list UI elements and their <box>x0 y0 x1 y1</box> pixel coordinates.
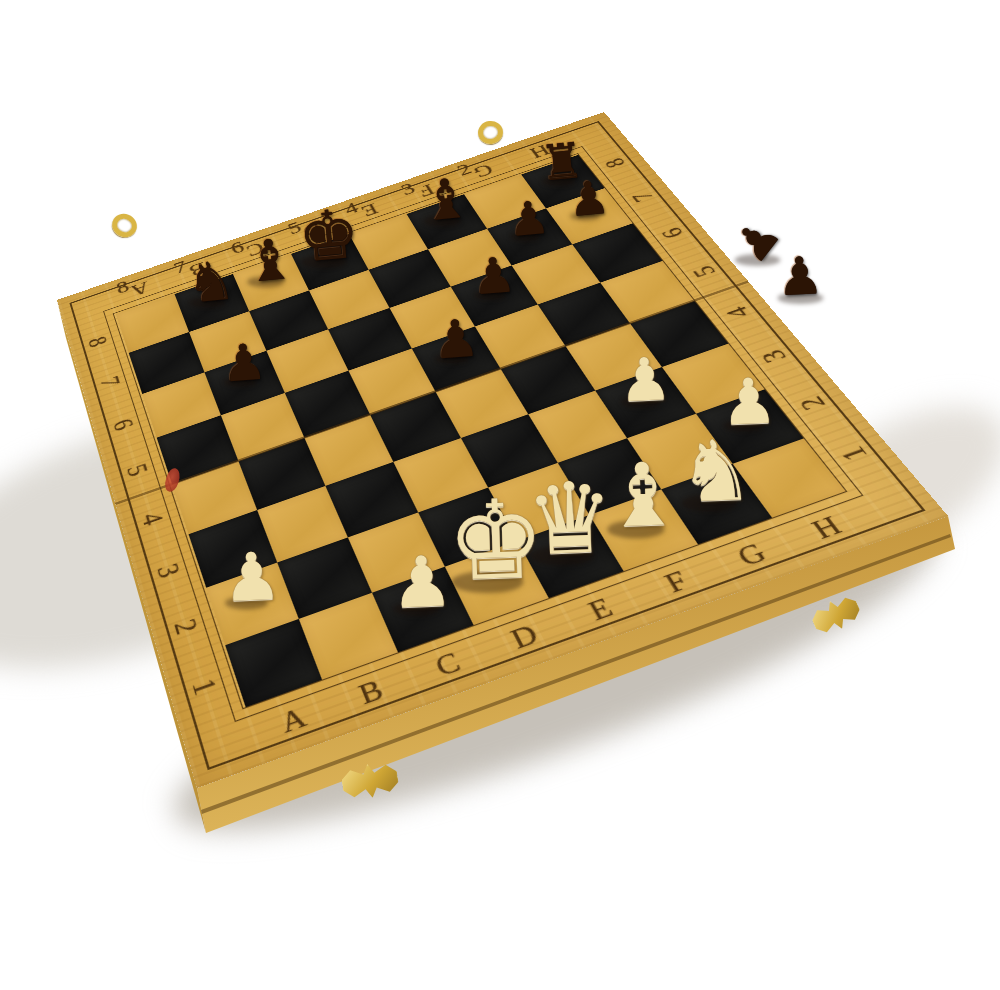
black-bishop-c8[interactable]: ♝ <box>243 231 298 291</box>
white-bishop-f1[interactable]: ♝ <box>602 451 683 541</box>
rank-label-left: 7 <box>92 367 128 397</box>
rank-label-right: 2 <box>786 386 839 422</box>
hinge-ring-top-icon <box>477 119 505 145</box>
captured-black-pawn-standing[interactable]: ♟ <box>775 249 824 303</box>
black-king-d8[interactable]: ♚ <box>296 199 363 272</box>
hinge-ring-left-icon <box>109 210 140 240</box>
rank-label-left: 4 <box>132 501 172 537</box>
rank-label-right: 1 <box>826 435 882 473</box>
rank-label-left: 6 <box>105 409 142 441</box>
white-knight-g1[interactable]: ♞ <box>676 428 754 515</box>
chess-set-photo: AA8BB7CC6DD5EE4FF3GG2HH8877665544332211 … <box>0 0 1000 990</box>
rank-label-right: 4 <box>714 297 762 329</box>
black-pawn-e5[interactable]: ♟ <box>430 311 480 366</box>
rank-label-left: 8 <box>81 327 116 356</box>
rank-label-left: 2 <box>164 606 208 647</box>
rank-label-left: 3 <box>148 552 190 590</box>
rank-label-right: 6 <box>650 219 694 247</box>
white-pawn-g3[interactable]: ♟ <box>617 349 673 411</box>
white-pawn-c1[interactable]: ♟ <box>389 546 454 618</box>
rank-label-right: 5 <box>681 257 727 287</box>
black-pawn-f6[interactable]: ♟ <box>470 251 518 303</box>
black-knight-b8[interactable]: ♞ <box>185 253 238 311</box>
black-pawn-h7[interactable]: ♟ <box>566 174 611 223</box>
white-queen-e1[interactable]: ♛ <box>524 468 615 569</box>
rank-label-left: 5 <box>118 453 157 487</box>
rank-label-left: 1 <box>182 665 228 708</box>
black-bishop-f8[interactable]: ♝ <box>419 171 473 230</box>
white-pawn-a2[interactable]: ♟ <box>221 544 283 613</box>
rank-label-right: 7 <box>622 184 665 211</box>
black-pawn-b6[interactable]: ♟ <box>220 337 269 390</box>
black-pawn-g7[interactable]: ♟ <box>507 194 552 243</box>
